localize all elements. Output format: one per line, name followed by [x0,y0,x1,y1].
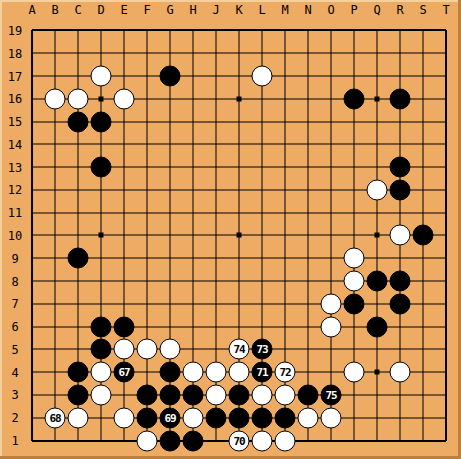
grid-line-horizontal [43,281,66,282]
grid-line-vertical [192,30,193,41]
intersection-G16 [158,87,181,110]
intersection-S18 [411,42,434,65]
intersection-T14 [434,133,457,156]
grid-line-horizontal [296,349,319,350]
intersection-R17 [388,65,411,88]
intersection-N4 [296,361,319,384]
grid-line-horizontal [342,189,365,190]
stone-white-P8 [343,271,364,292]
row-label-8: 8 [3,274,27,290]
intersection-Q4 [365,361,388,384]
grid-line-horizontal [89,258,112,259]
intersection-N3 [296,384,319,407]
stone-white-J3 [205,385,226,406]
grid-line-horizontal [181,75,204,76]
intersection-E9 [112,247,135,270]
stone-black-D15 [90,111,111,132]
stone-white-F5 [136,339,157,360]
intersection-F17 [135,65,158,88]
intersection-B11 [43,201,66,224]
intersection-N18 [296,42,319,65]
grid-line-horizontal [342,349,365,350]
stone-white-E5 [113,339,134,360]
grid-line-horizontal [66,235,89,236]
row-label-14: 14 [3,137,27,153]
intersection-Q15 [365,110,388,133]
intersection-J16 [204,87,227,110]
grid-line-vertical [169,30,170,41]
grid-line-horizontal [227,167,250,168]
intersection-M10 [273,224,296,247]
grid-line-vertical [353,30,354,41]
intersection-S14 [411,133,434,156]
intersection-K9 [227,247,250,270]
intersection-B8 [43,270,66,293]
grid-line-horizontal [204,212,227,213]
grid-line-horizontal [434,326,446,327]
intersection-G1 [158,429,181,452]
grid-line-horizontal [66,29,89,31]
intersection-T3 [434,384,457,407]
intersection-S19 [411,19,434,42]
intersection-O8 [319,270,342,293]
intersection-B12 [43,179,66,202]
stone-white-M3 [274,385,295,406]
intersection-R15 [388,110,411,133]
stone-white-K5: 74 [228,339,249,360]
stone-black-G17 [159,65,180,86]
star-point-K10 [236,233,241,238]
grid-line-horizontal [273,75,296,76]
grid-line-horizontal [89,417,112,418]
intersection-O7 [319,292,342,315]
grid-line-horizontal [181,258,204,259]
intersection-H14 [181,133,204,156]
intersection-J13 [204,156,227,179]
intersection-T13 [434,156,457,179]
intersection-F15 [135,110,158,133]
grid-line-horizontal [204,235,227,236]
grid-line-horizontal [388,326,411,327]
grid-line-horizontal [319,372,342,373]
grid-line-horizontal [365,417,388,418]
grid-line-horizontal [181,167,204,168]
intersection-B3 [43,384,66,407]
intersection-K7 [227,292,250,315]
stone-black-M2 [274,407,295,428]
intersection-M14 [273,133,296,156]
intersection-L18 [250,42,273,65]
intersection-J12 [204,179,227,202]
stone-white-J4 [205,362,226,383]
intersection-Q10 [365,224,388,247]
intersection-Q7 [365,292,388,315]
intersection-R5 [388,338,411,361]
grid-line-horizontal [204,440,227,442]
grid-line-horizontal [32,440,44,442]
intersection-R7 [388,292,411,315]
grid-line-horizontal [434,235,446,236]
intersection-R8 [388,270,411,293]
row-label-6: 6 [3,319,27,335]
grid-line-horizontal [43,75,66,76]
intersection-L17 [250,65,273,88]
intersection-N5 [296,338,319,361]
intersection-H2 [181,406,204,429]
intersection-F9 [135,247,158,270]
intersection-D5 [89,338,112,361]
grid-line-horizontal [411,53,434,54]
grid-line-vertical [399,30,400,41]
row-label-7: 7 [3,296,27,312]
grid-line-horizontal [227,189,250,190]
grid-line-horizontal [365,53,388,54]
intersection-R14 [388,133,411,156]
grid-line-horizontal [273,121,296,122]
intersection-C1 [66,429,89,452]
intersection-S15 [411,110,434,133]
grid-line-horizontal [319,98,342,99]
column-label-B: B [44,3,67,17]
grid-line-horizontal [434,440,446,442]
grid-line-horizontal [135,372,158,373]
go-board-diagram: ABCDEFGHJKLMNOPQRST191817161514131211109… [0,0,461,459]
intersection-M13 [273,156,296,179]
grid-line-horizontal [296,144,319,145]
stone-black-D13 [90,157,111,178]
grid-line-horizontal [32,235,44,236]
grid-line-horizontal [434,395,446,396]
intersection-R6 [388,315,411,338]
intersection-G4 [158,361,181,384]
intersection-M9 [273,247,296,270]
grid-line-horizontal [342,417,365,418]
intersection-N15 [296,110,319,133]
intersection-D6 [89,315,112,338]
stone-black-Q8 [366,271,387,292]
stone-black-C3 [67,385,88,406]
intersection-D1 [89,429,112,452]
intersection-O1 [319,429,342,452]
grid-line-horizontal [181,303,204,304]
grid-line-horizontal [66,326,89,327]
grid-line-horizontal [89,29,112,31]
row-label-4: 4 [3,365,27,381]
grid-line-vertical [215,30,216,41]
grid-line-horizontal [365,121,388,122]
intersection-S17 [411,65,434,88]
grid-line-horizontal [342,440,365,442]
grid-line-horizontal [411,75,434,76]
grid-line-horizontal [227,53,250,54]
intersection-O5 [319,338,342,361]
intersection-G11 [158,201,181,224]
grid-line-horizontal [66,303,89,304]
stone-white-L17 [251,65,272,86]
grid-line-vertical [54,30,55,41]
grid-line-horizontal [135,212,158,213]
intersection-K14 [227,133,250,156]
stone-white-P9 [343,248,364,269]
grid-line-horizontal [411,144,434,145]
grid-line-horizontal [181,326,204,327]
intersection-T16 [434,87,457,110]
intersection-O14 [319,133,342,156]
grid-line-horizontal [296,235,319,236]
intersection-E15 [112,110,135,133]
intersection-R4 [388,361,411,384]
column-label-J: J [205,3,228,17]
stone-white-M1 [274,430,295,451]
intersection-P12 [342,179,365,202]
grid-line-horizontal [411,121,434,122]
intersection-Q3 [365,384,388,407]
intersection-J1 [204,429,227,452]
intersection-B6 [43,315,66,338]
grid-line-horizontal [66,349,89,350]
intersection-B15 [43,110,66,133]
intersection-R19 [388,19,411,42]
intersection-D18 [89,42,112,65]
intersection-S8 [411,270,434,293]
intersection-N16 [296,87,319,110]
grid-line-horizontal [204,121,227,122]
intersection-C6 [66,315,89,338]
intersection-Q16 [365,87,388,110]
intersection-S1 [411,429,434,452]
grid-line-horizontal [32,29,44,31]
intersection-H19 [181,19,204,42]
grid-line-horizontal [227,212,250,213]
intersection-E11 [112,201,135,224]
intersection-M1 [273,429,296,452]
grid-line-horizontal [365,167,388,168]
grid-line-horizontal [43,349,66,350]
intersection-T11 [434,201,457,224]
grid-line-horizontal [319,167,342,168]
grid-line-horizontal [319,281,342,282]
grid-line-horizontal [296,212,319,213]
intersection-H1 [181,429,204,452]
grid-line-horizontal [388,417,411,418]
intersection-E1 [112,429,135,452]
grid-line-horizontal [250,281,273,282]
intersection-C3 [66,384,89,407]
grid-line-horizontal [204,349,227,350]
grid-line-horizontal [411,29,434,31]
stone-black-L4: 71 [251,362,272,383]
intersection-E18 [112,42,135,65]
intersection-P17 [342,65,365,88]
intersection-L14 [250,133,273,156]
grid-line-horizontal [296,29,319,31]
grid-line-horizontal [32,98,44,99]
intersection-D15 [89,110,112,133]
row-label-2: 2 [3,410,27,426]
grid-line-horizontal [32,417,44,418]
grid-line-horizontal [158,98,181,99]
grid-line-horizontal [319,189,342,190]
intersection-F2 [135,406,158,429]
grid-line-horizontal [388,212,411,213]
intersection-N12 [296,179,319,202]
intersection-L1 [250,429,273,452]
stone-white-C16 [67,88,88,109]
grid-line-horizontal [250,212,273,213]
grid-line-horizontal [273,349,296,350]
grid-line-horizontal [388,349,411,350]
grid-line-horizontal [411,326,434,327]
grid-line-horizontal [43,121,66,122]
star-point-K16 [236,96,241,101]
intersection-F8 [135,270,158,293]
grid-line-horizontal [112,235,135,236]
stone-black-D5 [90,339,111,360]
intersection-F13 [135,156,158,179]
grid-line-horizontal [43,440,66,442]
grid-line-horizontal [32,349,44,350]
grid-line-horizontal [342,53,365,54]
star-point-D16 [98,96,103,101]
grid-line-horizontal [273,212,296,213]
grid-line-horizontal [434,417,446,418]
intersection-T12 [434,179,457,202]
intersection-T8 [434,270,457,293]
intersection-F7 [135,292,158,315]
intersection-P1 [342,429,365,452]
intersection-M12 [273,179,296,202]
intersection-S10 [411,224,434,247]
grid-line-horizontal [296,326,319,327]
intersection-S7 [411,292,434,315]
intersection-J2 [204,406,227,429]
stone-black-K2 [228,407,249,428]
intersection-P3 [342,384,365,407]
stone-black-H1 [182,430,203,451]
column-label-E: E [113,3,136,17]
intersection-G6 [158,315,181,338]
grid-line-vertical [146,30,147,41]
grid-line-horizontal [296,281,319,282]
intersection-O16 [319,87,342,110]
intersection-N19 [296,19,319,42]
intersection-C19 [66,19,89,42]
intersection-T19 [434,19,457,42]
intersection-F4 [135,361,158,384]
intersection-S2 [411,406,434,429]
intersection-P9 [342,247,365,270]
intersection-H18 [181,42,204,65]
grid-line-horizontal [43,212,66,213]
stone-black-J2 [205,407,226,428]
intersection-O13 [319,156,342,179]
intersection-H11 [181,201,204,224]
grid-line-horizontal [204,144,227,145]
grid-line-horizontal [43,144,66,145]
grid-line-horizontal [250,303,273,304]
grid-line-horizontal [181,144,204,145]
grid-line-horizontal [296,98,319,99]
stone-white-H2 [182,407,203,428]
intersection-T1 [434,429,457,452]
intersection-F11 [135,201,158,224]
grid-line-horizontal [411,189,434,190]
grid-line-horizontal [296,53,319,54]
intersection-O9 [319,247,342,270]
intersection-J7 [204,292,227,315]
intersection-M8 [273,270,296,293]
grid-line-horizontal [112,29,135,31]
grid-line-horizontal [112,75,135,76]
stone-white-N2 [297,407,318,428]
grid-line-horizontal [135,29,158,31]
column-label-C: C [67,3,90,17]
intersection-S11 [411,201,434,224]
intersection-N13 [296,156,319,179]
intersection-O15 [319,110,342,133]
grid-line-horizontal [250,53,273,54]
stone-white-D3 [90,385,111,406]
grid-line-horizontal [388,75,411,76]
board-edge-left [0,0,2,459]
intersection-N1 [296,429,319,452]
intersection-B19 [43,19,66,42]
intersection-R3 [388,384,411,407]
intersection-B18 [43,42,66,65]
grid-line-horizontal [158,212,181,213]
stone-black-E6 [113,316,134,337]
grid-line-horizontal [181,235,204,236]
intersection-N17 [296,65,319,88]
stone-black-K3 [228,385,249,406]
intersection-T7 [434,292,457,315]
grid-line-horizontal [32,395,44,396]
intersection-Q9 [365,247,388,270]
grid-line-horizontal [89,212,112,213]
stone-white-K1: 70 [228,430,249,451]
grid-line-horizontal [250,235,273,236]
intersection-C7 [66,292,89,315]
intersection-D3 [89,384,112,407]
intersection-R11 [388,201,411,224]
intersection-R2 [388,406,411,429]
intersection-J11 [204,201,227,224]
grid-line-horizontal [411,303,434,304]
intersection-S4 [411,361,434,384]
intersection-E12 [112,179,135,202]
intersection-E4: 67 [112,361,135,384]
intersection-B7 [43,292,66,315]
intersection-R9 [388,247,411,270]
grid-line-horizontal [158,53,181,54]
intersection-K5: 74 [227,338,250,361]
grid-line-horizontal [43,395,66,396]
grid-line-horizontal [135,258,158,259]
intersection-K12 [227,179,250,202]
grid-line-horizontal [135,303,158,304]
intersection-K1: 70 [227,429,250,452]
intersection-E19 [112,19,135,42]
intersection-B13 [43,156,66,179]
grid-line-horizontal [319,258,342,259]
intersection-H8 [181,270,204,293]
intersection-P18 [342,42,365,65]
stone-black-D6 [90,316,111,337]
intersection-L7 [250,292,273,315]
intersection-H3 [181,384,204,407]
grid-line-horizontal [411,98,434,99]
intersection-K8 [227,270,250,293]
